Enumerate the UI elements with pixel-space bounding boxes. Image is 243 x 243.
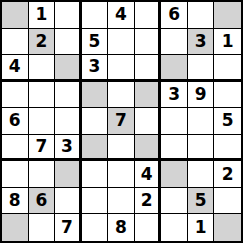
given-digit: 2 [141, 192, 153, 209]
cell-r5c1[interactable]: 6 [2, 108, 29, 135]
cell-r6c4[interactable] [82, 135, 109, 162]
cell-r7c3[interactable] [55, 161, 82, 188]
cell-r6c7[interactable] [161, 135, 188, 162]
cell-r7c2[interactable] [29, 161, 56, 188]
cell-r9c8[interactable]: 1 [188, 214, 215, 241]
cell-r4c8[interactable]: 9 [188, 82, 215, 109]
cell-r3c8[interactable] [188, 55, 215, 82]
given-digit: 7 [61, 219, 73, 236]
cell-r4c6[interactable] [135, 82, 162, 109]
cell-r6c6[interactable] [135, 135, 162, 162]
given-digit: 5 [195, 192, 207, 209]
given-digit: 7 [35, 138, 47, 155]
given-digit: 6 [35, 192, 47, 209]
cell-r6c9[interactable] [214, 135, 241, 162]
cell-r8c7[interactable] [161, 188, 188, 215]
cell-r8c8[interactable]: 5 [188, 188, 215, 215]
cell-r8c6[interactable]: 2 [135, 188, 162, 215]
given-digit: 1 [195, 219, 207, 236]
cell-r5c7[interactable] [161, 108, 188, 135]
cell-r7c1[interactable] [2, 161, 29, 188]
cell-r6c2[interactable]: 7 [29, 135, 56, 162]
cell-r5c4[interactable] [82, 108, 109, 135]
cell-r2c8[interactable]: 3 [188, 29, 215, 56]
cell-r6c3[interactable]: 3 [55, 135, 82, 162]
given-digit: 4 [9, 58, 21, 75]
cell-r3c4[interactable]: 3 [82, 55, 109, 82]
given-digit: 2 [35, 33, 47, 50]
cell-r7c7[interactable] [161, 161, 188, 188]
cell-r8c9[interactable] [214, 188, 241, 215]
cell-r1c9[interactable] [214, 2, 241, 29]
cell-r3c6[interactable] [135, 55, 162, 82]
cell-r5c8[interactable] [188, 108, 215, 135]
given-digit: 4 [115, 6, 127, 23]
given-digit: 3 [195, 33, 207, 50]
cell-r3c7[interactable] [161, 55, 188, 82]
cell-r4c3[interactable] [55, 82, 82, 109]
given-digit: 5 [89, 33, 101, 50]
given-digit: 8 [115, 219, 127, 236]
cell-r5c6[interactable] [135, 108, 162, 135]
cell-r9c2[interactable] [29, 214, 56, 241]
cell-r2c4[interactable]: 5 [82, 29, 109, 56]
cell-r5c5[interactable]: 7 [108, 108, 135, 135]
cell-r3c1[interactable]: 4 [2, 55, 29, 82]
cell-r7c6[interactable]: 4 [135, 161, 162, 188]
cell-r8c5[interactable] [108, 188, 135, 215]
cell-r2c5[interactable] [108, 29, 135, 56]
cell-r1c5[interactable]: 4 [108, 2, 135, 29]
cell-r1c2[interactable]: 1 [29, 2, 56, 29]
given-digit: 6 [168, 6, 180, 23]
cell-r4c1[interactable] [2, 82, 29, 109]
cell-r4c7[interactable]: 3 [161, 82, 188, 109]
cell-r8c2[interactable]: 6 [29, 188, 56, 215]
given-digit: 3 [61, 138, 73, 155]
cell-r7c9[interactable]: 2 [214, 161, 241, 188]
cell-r9c9[interactable] [214, 214, 241, 241]
cell-r4c4[interactable] [82, 82, 109, 109]
cell-r8c3[interactable] [55, 188, 82, 215]
cell-r4c2[interactable] [29, 82, 56, 109]
cell-r1c4[interactable] [82, 2, 109, 29]
cell-r1c6[interactable] [135, 2, 162, 29]
sudoku-board-wrapper: 1462531433967573428625781 [0, 0, 243, 243]
given-digit: 3 [89, 58, 101, 75]
given-digit: 1 [35, 6, 47, 23]
cell-r9c1[interactable] [2, 214, 29, 241]
cell-r1c8[interactable] [188, 2, 215, 29]
given-digit: 6 [9, 112, 21, 129]
cell-r3c2[interactable] [29, 55, 56, 82]
cell-r2c2[interactable]: 2 [29, 29, 56, 56]
cell-r8c4[interactable] [82, 188, 109, 215]
cell-r2c9[interactable]: 1 [214, 29, 241, 56]
given-digit: 1 [222, 33, 234, 50]
given-digit: 7 [115, 112, 127, 129]
cell-r1c1[interactable] [2, 2, 29, 29]
cell-r5c3[interactable] [55, 108, 82, 135]
cell-r5c2[interactable] [29, 108, 56, 135]
cell-r6c1[interactable] [2, 135, 29, 162]
cell-r3c5[interactable] [108, 55, 135, 82]
cell-r9c3[interactable]: 7 [55, 214, 82, 241]
cell-r7c8[interactable] [188, 161, 215, 188]
given-digit: 8 [9, 192, 21, 209]
cell-r7c4[interactable] [82, 161, 109, 188]
cell-r7c5[interactable] [108, 161, 135, 188]
given-digit: 5 [222, 112, 234, 129]
cell-r8c1[interactable]: 8 [2, 188, 29, 215]
cell-r2c1[interactable] [2, 29, 29, 56]
given-digit: 9 [195, 86, 207, 103]
cell-r3c9[interactable] [214, 55, 241, 82]
cell-r1c3[interactable] [55, 2, 82, 29]
cell-r9c7[interactable] [161, 214, 188, 241]
cell-r6c5[interactable] [108, 135, 135, 162]
cell-r9c5[interactable]: 8 [108, 214, 135, 241]
cell-r9c6[interactable] [135, 214, 162, 241]
cell-r5c9[interactable]: 5 [214, 108, 241, 135]
given-digit: 3 [168, 86, 180, 103]
sudoku-board: 1462531433967573428625781 [0, 0, 243, 243]
cell-r4c9[interactable] [214, 82, 241, 109]
cell-r2c7[interactable] [161, 29, 188, 56]
cell-r4c5[interactable] [108, 82, 135, 109]
cell-r1c7[interactable]: 6 [161, 2, 188, 29]
given-digit: 2 [222, 166, 234, 183]
cell-r2c3[interactable] [55, 29, 82, 56]
cell-r9c4[interactable] [82, 214, 109, 241]
cell-r6c8[interactable] [188, 135, 215, 162]
given-digit: 4 [141, 166, 153, 183]
cell-r3c3[interactable] [55, 55, 82, 82]
cell-r2c6[interactable] [135, 29, 162, 56]
